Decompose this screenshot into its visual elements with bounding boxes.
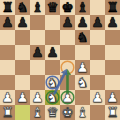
- square-g3[interactable]: [90, 75, 105, 90]
- white-bishop: ♝: [31, 105, 43, 120]
- square-d8[interactable]: ♛: [45, 0, 60, 15]
- square-h3[interactable]: [105, 75, 120, 90]
- square-c3[interactable]: [30, 75, 45, 90]
- square-c1[interactable]: ♝: [30, 105, 45, 120]
- chess-board: ♜♞♝♛♚♝♜♟♟♟♟♟♟♞♟♟♟♞♟♟♟♞♟♟♟♜♝♛♚♝♜♞: [0, 0, 120, 120]
- square-d5[interactable]: ♟: [45, 45, 60, 60]
- square-g7[interactable]: ♟: [90, 15, 105, 30]
- square-e3[interactable]: [60, 75, 75, 90]
- black-bishop: ♝: [31, 0, 43, 15]
- black-pawn: ♟: [46, 45, 58, 60]
- square-f8[interactable]: ♝: [75, 0, 90, 15]
- square-g1[interactable]: [90, 105, 105, 120]
- square-c6[interactable]: [30, 30, 45, 45]
- black-king: ♚: [61, 0, 73, 15]
- square-b6[interactable]: [15, 30, 30, 45]
- square-c2[interactable]: ♟: [30, 90, 45, 105]
- square-c8[interactable]: ♝: [30, 0, 45, 15]
- square-e5[interactable]: [60, 45, 75, 60]
- square-e4[interactable]: [60, 60, 75, 75]
- square-f7[interactable]: ♟: [75, 15, 90, 30]
- square-f3[interactable]: ♞: [75, 75, 90, 90]
- square-f5[interactable]: [75, 45, 90, 60]
- square-f2[interactable]: [75, 90, 90, 105]
- square-a3[interactable]: [0, 75, 15, 90]
- square-d7[interactable]: [45, 15, 60, 30]
- white-rook: ♜: [1, 105, 13, 120]
- square-b4[interactable]: [15, 60, 30, 75]
- white-bishop: ♝: [76, 105, 88, 120]
- square-e7[interactable]: ♟: [60, 15, 75, 30]
- black-pawn: ♟: [61, 15, 73, 30]
- square-c5[interactable]: ♟: [30, 45, 45, 60]
- black-pawn: ♟: [91, 15, 103, 30]
- square-a8[interactable]: ♜: [0, 0, 15, 15]
- white-pawn: ♟: [31, 90, 43, 105]
- square-h4[interactable]: [105, 60, 120, 75]
- square-g2[interactable]: ♟: [90, 90, 105, 105]
- square-g6[interactable]: [90, 30, 105, 45]
- black-rook: ♜: [106, 0, 118, 15]
- white-pawn: ♟: [61, 90, 73, 105]
- square-d1[interactable]: ♛: [45, 105, 60, 120]
- square-a6[interactable]: [0, 30, 15, 45]
- square-d6[interactable]: [45, 30, 60, 45]
- black-pawn: ♟: [1, 15, 13, 30]
- white-rook: ♜: [106, 105, 118, 120]
- square-a4[interactable]: [0, 60, 15, 75]
- black-pawn: ♟: [76, 15, 88, 30]
- square-g5[interactable]: [90, 45, 105, 60]
- black-bishop: ♝: [76, 0, 88, 15]
- black-knight: ♞: [16, 0, 28, 15]
- white-knight: ♞: [76, 75, 88, 90]
- square-h2[interactable]: ♟: [105, 90, 120, 105]
- square-f6[interactable]: ♞: [75, 30, 90, 45]
- white-knight: ♞: [46, 90, 58, 105]
- square-h5[interactable]: [105, 45, 120, 60]
- square-g8[interactable]: [90, 0, 105, 15]
- square-b5[interactable]: [15, 45, 30, 60]
- black-pawn: ♟: [31, 45, 43, 60]
- square-c7[interactable]: [30, 15, 45, 30]
- black-knight: ♞: [76, 30, 88, 45]
- square-b8[interactable]: ♞: [15, 0, 30, 15]
- square-b3[interactable]: [15, 75, 30, 90]
- black-pawn: ♟: [106, 15, 118, 30]
- white-pawn: ♟: [16, 90, 28, 105]
- square-a7[interactable]: ♟: [0, 15, 15, 30]
- square-d4[interactable]: [45, 60, 60, 75]
- square-b2[interactable]: ♟: [15, 90, 30, 105]
- square-h6[interactable]: [105, 30, 120, 45]
- square-e1[interactable]: ♚: [60, 105, 75, 120]
- white-queen: ♛: [46, 105, 58, 120]
- square-d2[interactable]: ♞: [45, 90, 60, 105]
- square-f4[interactable]: ♟: [75, 60, 90, 75]
- white-pawn: ♟: [91, 90, 103, 105]
- square-h7[interactable]: ♟: [105, 15, 120, 30]
- white-pawn: ♟: [76, 60, 88, 75]
- white-king: ♚: [61, 105, 73, 120]
- square-a5[interactable]: [0, 45, 15, 60]
- white-pawn: ♟: [1, 90, 13, 105]
- square-a1[interactable]: ♜: [0, 105, 15, 120]
- square-e8[interactable]: ♚: [60, 0, 75, 15]
- square-h1[interactable]: ♜: [105, 105, 120, 120]
- square-b1[interactable]: [15, 105, 30, 120]
- black-pawn: ♟: [16, 15, 28, 30]
- square-f1[interactable]: ♝: [75, 105, 90, 120]
- square-g4[interactable]: [90, 60, 105, 75]
- square-e2[interactable]: ♟: [60, 90, 75, 105]
- square-b7[interactable]: ♟: [15, 15, 30, 30]
- square-e6[interactable]: [60, 30, 75, 45]
- square-d3[interactable]: [45, 75, 60, 90]
- square-a2[interactable]: ♟: [0, 90, 15, 105]
- square-c4[interactable]: [30, 60, 45, 75]
- square-h8[interactable]: ♜: [105, 0, 120, 15]
- black-rook: ♜: [1, 0, 13, 15]
- white-pawn: ♟: [106, 90, 118, 105]
- black-queen: ♛: [46, 0, 58, 15]
